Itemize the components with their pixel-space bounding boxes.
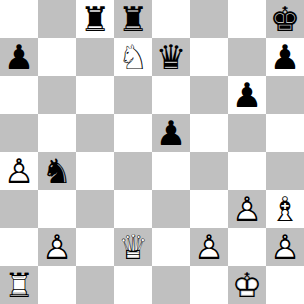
black-rook-icon: ♜ xyxy=(114,0,152,38)
square-a5[interactable] xyxy=(0,114,38,152)
square-b6[interactable] xyxy=(38,76,76,114)
piece-white-bishop[interactable]: ♝♗ xyxy=(266,190,304,228)
square-f6[interactable] xyxy=(190,76,228,114)
square-h1[interactable] xyxy=(266,266,304,304)
piece-white-pawn[interactable]: ♟♙ xyxy=(266,228,304,266)
square-a1[interactable]: ♜♖ xyxy=(0,266,38,304)
black-pawn-icon: ♟ xyxy=(0,38,38,76)
square-g7[interactable] xyxy=(228,38,266,76)
white-pawn-icon: ♙ xyxy=(38,228,76,266)
square-d1[interactable] xyxy=(114,266,152,304)
piece-black-pawn[interactable]: ♟ xyxy=(152,114,190,152)
black-pawn-icon: ♟ xyxy=(152,114,190,152)
square-d8[interactable]: ♜ xyxy=(114,0,152,38)
square-a7[interactable]: ♟ xyxy=(0,38,38,76)
square-a4[interactable]: ♟♙ xyxy=(0,152,38,190)
square-c1[interactable] xyxy=(76,266,114,304)
square-h6[interactable] xyxy=(266,76,304,114)
chess-board: ♜♜♚♟♞♘♛♟♟♟♟♙♞♟♙♝♗♟♙♛♕♟♙♟♙♜♖♚♔ xyxy=(0,0,304,304)
white-pawn-icon: ♙ xyxy=(0,152,38,190)
square-h4[interactable] xyxy=(266,152,304,190)
white-pawn-icon: ♙ xyxy=(266,228,304,266)
square-e8[interactable] xyxy=(152,0,190,38)
piece-white-pawn[interactable]: ♟♙ xyxy=(190,228,228,266)
piece-white-queen[interactable]: ♛♕ xyxy=(114,228,152,266)
square-f8[interactable] xyxy=(190,0,228,38)
square-d3[interactable] xyxy=(114,190,152,228)
square-e4[interactable] xyxy=(152,152,190,190)
black-pawn-icon: ♟ xyxy=(266,38,304,76)
square-a3[interactable] xyxy=(0,190,38,228)
black-rook-icon: ♜ xyxy=(76,0,114,38)
piece-black-knight[interactable]: ♞ xyxy=(38,152,76,190)
white-queen-icon: ♕ xyxy=(114,228,152,266)
square-e2[interactable] xyxy=(152,228,190,266)
piece-black-rook[interactable]: ♜ xyxy=(76,0,114,38)
square-d4[interactable] xyxy=(114,152,152,190)
piece-white-king[interactable]: ♚♔ xyxy=(228,266,266,304)
square-b1[interactable] xyxy=(38,266,76,304)
white-knight-icon: ♘ xyxy=(114,38,152,76)
square-g3[interactable]: ♟♙ xyxy=(228,190,266,228)
square-h3[interactable]: ♝♗ xyxy=(266,190,304,228)
piece-white-pawn[interactable]: ♟♙ xyxy=(228,190,266,228)
square-d5[interactable] xyxy=(114,114,152,152)
square-b8[interactable] xyxy=(38,0,76,38)
black-pawn-icon: ♟ xyxy=(228,76,266,114)
square-g1[interactable]: ♚♔ xyxy=(228,266,266,304)
square-a8[interactable] xyxy=(0,0,38,38)
piece-black-pawn[interactable]: ♟ xyxy=(228,76,266,114)
square-f5[interactable] xyxy=(190,114,228,152)
square-d7[interactable]: ♞♘ xyxy=(114,38,152,76)
piece-white-pawn[interactable]: ♟♙ xyxy=(0,152,38,190)
square-c5[interactable] xyxy=(76,114,114,152)
square-e6[interactable] xyxy=(152,76,190,114)
square-c6[interactable] xyxy=(76,76,114,114)
piece-white-knight[interactable]: ♞♘ xyxy=(114,38,152,76)
square-f1[interactable] xyxy=(190,266,228,304)
square-c7[interactable] xyxy=(76,38,114,76)
black-knight-icon: ♞ xyxy=(38,152,76,190)
piece-black-pawn[interactable]: ♟ xyxy=(266,38,304,76)
square-b3[interactable] xyxy=(38,190,76,228)
square-h5[interactable] xyxy=(266,114,304,152)
square-c4[interactable] xyxy=(76,152,114,190)
square-h2[interactable]: ♟♙ xyxy=(266,228,304,266)
white-pawn-icon: ♙ xyxy=(190,228,228,266)
square-d6[interactable] xyxy=(114,76,152,114)
square-f3[interactable] xyxy=(190,190,228,228)
square-c3[interactable] xyxy=(76,190,114,228)
square-f7[interactable] xyxy=(190,38,228,76)
square-e1[interactable] xyxy=(152,266,190,304)
square-h7[interactable]: ♟ xyxy=(266,38,304,76)
square-b2[interactable]: ♟♙ xyxy=(38,228,76,266)
white-rook-icon: ♖ xyxy=(0,266,38,304)
square-e3[interactable] xyxy=(152,190,190,228)
square-d2[interactable]: ♛♕ xyxy=(114,228,152,266)
square-g8[interactable] xyxy=(228,0,266,38)
square-a6[interactable] xyxy=(0,76,38,114)
square-c2[interactable] xyxy=(76,228,114,266)
piece-black-rook[interactable]: ♜ xyxy=(114,0,152,38)
piece-white-rook[interactable]: ♜♖ xyxy=(0,266,38,304)
white-king-icon: ♔ xyxy=(228,266,266,304)
piece-black-queen[interactable]: ♛ xyxy=(152,38,190,76)
square-a2[interactable] xyxy=(0,228,38,266)
square-c8[interactable]: ♜ xyxy=(76,0,114,38)
square-g6[interactable]: ♟ xyxy=(228,76,266,114)
piece-white-pawn[interactable]: ♟♙ xyxy=(38,228,76,266)
square-g5[interactable] xyxy=(228,114,266,152)
square-g2[interactable] xyxy=(228,228,266,266)
square-h8[interactable]: ♚ xyxy=(266,0,304,38)
square-f4[interactable] xyxy=(190,152,228,190)
black-king-icon: ♚ xyxy=(266,0,304,38)
square-b4[interactable]: ♞ xyxy=(38,152,76,190)
square-f2[interactable]: ♟♙ xyxy=(190,228,228,266)
square-b5[interactable] xyxy=(38,114,76,152)
square-e7[interactable]: ♛ xyxy=(152,38,190,76)
square-g4[interactable] xyxy=(228,152,266,190)
black-queen-icon: ♛ xyxy=(152,38,190,76)
piece-black-king[interactable]: ♚ xyxy=(266,0,304,38)
square-e5[interactable]: ♟ xyxy=(152,114,190,152)
square-b7[interactable] xyxy=(38,38,76,76)
white-pawn-icon: ♙ xyxy=(228,190,266,228)
white-bishop-icon: ♗ xyxy=(266,190,304,228)
piece-black-pawn[interactable]: ♟ xyxy=(0,38,38,76)
